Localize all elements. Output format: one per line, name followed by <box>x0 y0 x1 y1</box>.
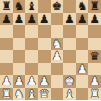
white-king-icon: ♚ <box>64 75 74 87</box>
square-h2[interactable]: ♟ <box>88 75 101 88</box>
square-g6[interactable] <box>76 25 89 38</box>
square-c8[interactable]: ♝ <box>25 0 38 13</box>
white-pawn-icon: ♟ <box>90 75 100 87</box>
square-g5[interactable] <box>76 38 89 51</box>
square-a2[interactable]: ♟ <box>0 75 13 88</box>
black-queen-icon: ♛ <box>90 50 100 62</box>
white-pawn-icon: ♟ <box>14 75 24 87</box>
square-g1[interactable] <box>76 88 89 101</box>
square-h7[interactable]: ♟ <box>88 13 101 26</box>
square-c4[interactable] <box>25 50 38 63</box>
square-c5[interactable] <box>25 38 38 51</box>
square-d5[interactable] <box>38 38 51 51</box>
square-e2[interactable] <box>51 75 64 88</box>
black-pawn-icon: ♟ <box>26 13 36 25</box>
white-rook-icon: ♜ <box>90 88 100 100</box>
square-b7[interactable]: ♟ <box>13 13 26 26</box>
square-b2[interactable]: ♟ <box>13 75 26 88</box>
white-pawn-icon: ♟ <box>77 63 87 75</box>
square-a7[interactable]: ♟ <box>0 13 13 26</box>
square-c1[interactable]: ♝ <box>25 88 38 101</box>
square-a6[interactable] <box>0 25 13 38</box>
white-pawn-icon: ♟ <box>26 75 36 87</box>
square-g7[interactable]: ♟ <box>76 13 89 26</box>
black-knight-icon: ♞ <box>14 0 24 12</box>
white-knight-icon: ♞ <box>52 38 62 50</box>
square-h6[interactable] <box>88 25 101 38</box>
square-d2[interactable]: ♟ <box>38 75 51 88</box>
black-pawn-icon: ♟ <box>77 13 87 25</box>
square-d1[interactable]: ♛ <box>38 88 51 101</box>
chess-board: ♜♞♝♚♞♜♟♟♟♟♟♟♟♞♟♛♟♟♟♟♟♚♟♜♞♝♛♝♜ <box>0 0 101 100</box>
square-h1[interactable]: ♜ <box>88 88 101 101</box>
square-b3[interactable] <box>13 63 26 76</box>
square-f4[interactable] <box>63 50 76 63</box>
square-g2[interactable] <box>76 75 89 88</box>
square-e4[interactable]: ♟ <box>51 50 64 63</box>
square-e5[interactable]: ♞ <box>51 38 64 51</box>
square-g4[interactable] <box>76 50 89 63</box>
black-pawn-icon: ♟ <box>14 13 24 25</box>
square-b4[interactable] <box>13 50 26 63</box>
white-queen-icon: ♛ <box>39 88 49 100</box>
square-a1[interactable]: ♜ <box>0 88 13 101</box>
white-knight-icon: ♞ <box>14 88 24 100</box>
square-e1[interactable] <box>51 88 64 101</box>
square-a5[interactable] <box>0 38 13 51</box>
square-d7[interactable]: ♟ <box>38 13 51 26</box>
square-e3[interactable] <box>51 63 64 76</box>
square-b5[interactable] <box>13 38 26 51</box>
square-b8[interactable]: ♞ <box>13 0 26 13</box>
square-f1[interactable]: ♝ <box>63 88 76 101</box>
square-e8[interactable]: ♚ <box>51 0 64 13</box>
square-d4[interactable] <box>38 50 51 63</box>
square-f3[interactable] <box>63 63 76 76</box>
white-rook-icon: ♜ <box>1 88 11 100</box>
chess-board-container: ♜♞♝♚♞♜♟♟♟♟♟♟♟♞♟♛♟♟♟♟♟♚♟♜♞♝♛♝♜ <box>0 0 101 100</box>
black-pawn-icon: ♟ <box>39 13 49 25</box>
black-rook-icon: ♜ <box>90 0 100 12</box>
black-rook-icon: ♜ <box>1 0 11 12</box>
square-h8[interactable]: ♜ <box>88 0 101 13</box>
black-king-icon: ♚ <box>52 0 62 12</box>
square-a8[interactable]: ♜ <box>0 0 13 13</box>
white-pawn-icon: ♟ <box>1 75 11 87</box>
square-f6[interactable] <box>63 25 76 38</box>
square-c7[interactable]: ♟ <box>25 13 38 26</box>
square-h5[interactable] <box>88 38 101 51</box>
square-c6[interactable] <box>25 25 38 38</box>
white-pawn-icon: ♟ <box>52 50 62 62</box>
white-bishop-icon: ♝ <box>64 88 74 100</box>
square-d3[interactable] <box>38 63 51 76</box>
black-pawn-icon: ♟ <box>1 13 11 25</box>
black-pawn-icon: ♟ <box>64 13 74 25</box>
square-h3[interactable] <box>88 63 101 76</box>
black-knight-icon: ♞ <box>77 0 87 12</box>
square-d6[interactable] <box>38 25 51 38</box>
square-g8[interactable]: ♞ <box>76 0 89 13</box>
square-a4[interactable] <box>0 50 13 63</box>
square-e7[interactable] <box>51 13 64 26</box>
square-b6[interactable] <box>13 25 26 38</box>
square-f7[interactable]: ♟ <box>63 13 76 26</box>
square-h4[interactable]: ♛ <box>88 50 101 63</box>
square-b1[interactable]: ♞ <box>13 88 26 101</box>
black-bishop-icon: ♝ <box>26 0 36 12</box>
square-f5[interactable] <box>63 38 76 51</box>
square-a3[interactable] <box>0 63 13 76</box>
square-f2[interactable]: ♚ <box>63 75 76 88</box>
square-c3[interactable] <box>25 63 38 76</box>
square-g3[interactable]: ♟ <box>76 63 89 76</box>
square-f8[interactable] <box>63 0 76 13</box>
square-c2[interactable]: ♟ <box>25 75 38 88</box>
square-d8[interactable] <box>38 0 51 13</box>
white-bishop-icon: ♝ <box>26 88 36 100</box>
black-pawn-icon: ♟ <box>90 13 100 25</box>
square-e6[interactable] <box>51 25 64 38</box>
white-pawn-icon: ♟ <box>39 75 49 87</box>
